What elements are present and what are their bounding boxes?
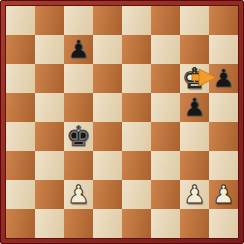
black-pawn[interactable]: ♟ bbox=[212, 66, 234, 91]
square-b3[interactable] bbox=[35, 151, 64, 180]
square-d4[interactable] bbox=[93, 122, 122, 151]
white-pawn[interactable]: ♟ bbox=[67, 182, 89, 207]
square-e5[interactable] bbox=[122, 93, 151, 122]
square-h8[interactable] bbox=[209, 6, 238, 35]
square-a1[interactable] bbox=[6, 209, 35, 238]
square-f5[interactable] bbox=[151, 93, 180, 122]
square-h1[interactable] bbox=[209, 209, 238, 238]
square-g1[interactable] bbox=[180, 209, 209, 238]
square-h6[interactable]: ♟ bbox=[209, 64, 238, 93]
white-king[interactable]: ♚ bbox=[182, 65, 207, 93]
white-pawn[interactable]: ♟ bbox=[183, 182, 205, 207]
square-b6[interactable] bbox=[35, 64, 64, 93]
square-f7[interactable] bbox=[151, 35, 180, 64]
square-b7[interactable] bbox=[35, 35, 64, 64]
square-b4[interactable] bbox=[35, 122, 64, 151]
square-e2[interactable] bbox=[122, 180, 151, 209]
square-d6[interactable] bbox=[93, 64, 122, 93]
square-d3[interactable] bbox=[93, 151, 122, 180]
square-d8[interactable] bbox=[93, 6, 122, 35]
square-e4[interactable] bbox=[122, 122, 151, 151]
square-e8[interactable] bbox=[122, 6, 151, 35]
square-b8[interactable] bbox=[35, 6, 64, 35]
black-pawn[interactable]: ♟ bbox=[183, 95, 205, 120]
square-a4[interactable] bbox=[6, 122, 35, 151]
square-g6[interactable]: ♚ bbox=[180, 64, 209, 93]
square-g8[interactable] bbox=[180, 6, 209, 35]
square-g3[interactable] bbox=[180, 151, 209, 180]
square-f1[interactable] bbox=[151, 209, 180, 238]
square-b5[interactable] bbox=[35, 93, 64, 122]
square-d5[interactable] bbox=[93, 93, 122, 122]
square-c5[interactable] bbox=[64, 93, 93, 122]
square-b2[interactable] bbox=[35, 180, 64, 209]
square-a8[interactable] bbox=[6, 6, 35, 35]
square-h3[interactable] bbox=[209, 151, 238, 180]
square-h7[interactable] bbox=[209, 35, 238, 64]
square-a7[interactable] bbox=[6, 35, 35, 64]
square-g5[interactable]: ♟ bbox=[180, 93, 209, 122]
square-f8[interactable] bbox=[151, 6, 180, 35]
square-f4[interactable] bbox=[151, 122, 180, 151]
square-a2[interactable] bbox=[6, 180, 35, 209]
square-e3[interactable] bbox=[122, 151, 151, 180]
square-c3[interactable] bbox=[64, 151, 93, 180]
square-d1[interactable] bbox=[93, 209, 122, 238]
square-d2[interactable] bbox=[93, 180, 122, 209]
square-c2[interactable]: ♟ bbox=[64, 180, 93, 209]
white-pawn[interactable]: ♟ bbox=[212, 182, 234, 207]
square-c4[interactable]: ♚ bbox=[64, 122, 93, 151]
square-d7[interactable] bbox=[93, 35, 122, 64]
square-e6[interactable] bbox=[122, 64, 151, 93]
square-a3[interactable] bbox=[6, 151, 35, 180]
square-a5[interactable] bbox=[6, 93, 35, 122]
square-f3[interactable] bbox=[151, 151, 180, 180]
square-a6[interactable] bbox=[6, 64, 35, 93]
black-pawn[interactable]: ♟ bbox=[67, 37, 89, 62]
black-king[interactable]: ♚ bbox=[66, 123, 91, 151]
square-g7[interactable] bbox=[180, 35, 209, 64]
square-h2[interactable]: ♟ bbox=[209, 180, 238, 209]
square-g2[interactable]: ♟ bbox=[180, 180, 209, 209]
chess-board: ♟♚♟♟♚♟♟♟ bbox=[6, 6, 238, 238]
square-h5[interactable] bbox=[209, 93, 238, 122]
square-e1[interactable] bbox=[122, 209, 151, 238]
square-e7[interactable] bbox=[122, 35, 151, 64]
square-c6[interactable] bbox=[64, 64, 93, 93]
square-f6[interactable] bbox=[151, 64, 180, 93]
square-g4[interactable] bbox=[180, 122, 209, 151]
square-c7[interactable]: ♟ bbox=[64, 35, 93, 64]
square-h4[interactable] bbox=[209, 122, 238, 151]
square-b1[interactable] bbox=[35, 209, 64, 238]
square-c8[interactable] bbox=[64, 6, 93, 35]
square-c1[interactable] bbox=[64, 209, 93, 238]
board-frame: ♟♚♟♟♚♟♟♟ bbox=[0, 0, 244, 244]
square-f2[interactable] bbox=[151, 180, 180, 209]
